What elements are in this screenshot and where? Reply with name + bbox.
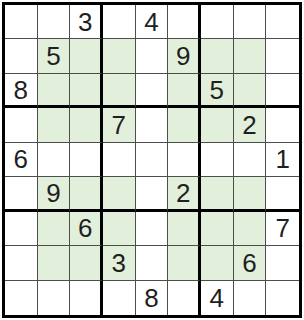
cell-r1c7[interactable] <box>201 5 234 39</box>
cell-r5c9[interactable]: 1 <box>266 143 299 177</box>
cell-r4c4[interactable]: 7 <box>103 108 136 142</box>
cell-r1c3[interactable]: 3 <box>70 5 103 39</box>
cell-r5c5[interactable] <box>136 143 169 177</box>
cell-r8c2[interactable] <box>38 246 71 280</box>
cell-r3c7[interactable]: 5 <box>201 74 234 108</box>
cell-r5c1[interactable]: 6 <box>5 143 38 177</box>
cell-r3c2[interactable] <box>38 74 71 108</box>
cell-r3c6[interactable] <box>168 74 201 108</box>
cell-r4c2[interactable] <box>38 108 71 142</box>
cell-r9c7[interactable]: 4 <box>201 281 234 315</box>
cell-r9c9[interactable] <box>266 281 299 315</box>
cell-r2c3[interactable] <box>70 39 103 73</box>
cell-r2c2[interactable]: 5 <box>38 39 71 73</box>
cell-r3c3[interactable] <box>70 74 103 108</box>
cell-r7c3[interactable]: 6 <box>70 212 103 246</box>
cell-r6c7[interactable] <box>201 177 234 211</box>
cell-r6c9[interactable] <box>266 177 299 211</box>
cell-r1c4[interactable] <box>103 5 136 39</box>
cell-r7c6[interactable] <box>168 212 201 246</box>
cell-r1c9[interactable] <box>266 5 299 39</box>
cell-r6c2[interactable]: 9 <box>38 177 71 211</box>
cell-r6c4[interactable] <box>103 177 136 211</box>
cell-r2c1[interactable] <box>5 39 38 73</box>
cell-r3c4[interactable] <box>103 74 136 108</box>
cell-r9c8[interactable] <box>234 281 267 315</box>
cell-r6c8[interactable] <box>234 177 267 211</box>
cell-r5c2[interactable] <box>38 143 71 177</box>
cell-r4c9[interactable] <box>266 108 299 142</box>
cell-r7c7[interactable] <box>201 212 234 246</box>
cell-r6c6[interactable]: 2 <box>168 177 201 211</box>
cell-r4c6[interactable] <box>168 108 201 142</box>
cell-r2c9[interactable] <box>266 39 299 73</box>
cell-r1c5[interactable]: 4 <box>136 5 169 39</box>
sudoku-board: 345985726192673684 <box>2 2 302 318</box>
cell-r4c8[interactable]: 2 <box>234 108 267 142</box>
cell-r7c1[interactable] <box>5 212 38 246</box>
cell-r5c4[interactable] <box>103 143 136 177</box>
cell-r7c2[interactable] <box>38 212 71 246</box>
cell-r8c4[interactable]: 3 <box>103 246 136 280</box>
cell-r8c9[interactable] <box>266 246 299 280</box>
cell-r5c7[interactable] <box>201 143 234 177</box>
cell-r8c3[interactable] <box>70 246 103 280</box>
cell-r9c6[interactable] <box>168 281 201 315</box>
cell-r9c3[interactable] <box>70 281 103 315</box>
cell-r5c3[interactable] <box>70 143 103 177</box>
cell-r7c9[interactable]: 7 <box>266 212 299 246</box>
cell-r7c8[interactable] <box>234 212 267 246</box>
cell-r4c7[interactable] <box>201 108 234 142</box>
cell-r8c7[interactable] <box>201 246 234 280</box>
cell-r1c1[interactable] <box>5 5 38 39</box>
cell-r3c8[interactable] <box>234 74 267 108</box>
cell-r2c7[interactable] <box>201 39 234 73</box>
cell-r6c3[interactable] <box>70 177 103 211</box>
cell-r8c5[interactable] <box>136 246 169 280</box>
cell-r9c1[interactable] <box>5 281 38 315</box>
cell-r2c4[interactable] <box>103 39 136 73</box>
cell-r3c5[interactable] <box>136 74 169 108</box>
cell-r2c8[interactable] <box>234 39 267 73</box>
cell-r9c5[interactable]: 8 <box>136 281 169 315</box>
cell-r6c5[interactable] <box>136 177 169 211</box>
cell-r4c3[interactable] <box>70 108 103 142</box>
cell-r5c8[interactable] <box>234 143 267 177</box>
cell-r7c5[interactable] <box>136 212 169 246</box>
cell-r2c5[interactable] <box>136 39 169 73</box>
cell-r6c1[interactable] <box>5 177 38 211</box>
cell-r4c1[interactable] <box>5 108 38 142</box>
cell-r3c9[interactable] <box>266 74 299 108</box>
cell-r1c2[interactable] <box>38 5 71 39</box>
cell-r9c4[interactable] <box>103 281 136 315</box>
cell-r3c1[interactable]: 8 <box>5 74 38 108</box>
cell-r8c1[interactable] <box>5 246 38 280</box>
cell-r8c6[interactable] <box>168 246 201 280</box>
cell-r8c8[interactable]: 6 <box>234 246 267 280</box>
cell-r7c4[interactable] <box>103 212 136 246</box>
cell-r1c8[interactable] <box>234 5 267 39</box>
cell-r4c5[interactable] <box>136 108 169 142</box>
cell-r5c6[interactable] <box>168 143 201 177</box>
cell-r2c6[interactable]: 9 <box>168 39 201 73</box>
cell-r9c2[interactable] <box>38 281 71 315</box>
cell-r1c6[interactable] <box>168 5 201 39</box>
